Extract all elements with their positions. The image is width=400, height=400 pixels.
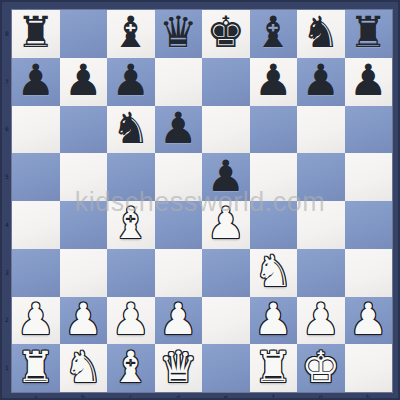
file-label-a: a	[12, 392, 60, 400]
square-f3[interactable]: ♞	[250, 249, 298, 297]
square-g1[interactable]: ♚	[297, 344, 345, 392]
black-rook: ♜	[16, 11, 55, 54]
square-f6[interactable]	[250, 106, 298, 154]
rank-label-8: 8	[2, 10, 12, 58]
file-label-h: h	[345, 392, 393, 400]
black-bishop: ♝	[111, 11, 150, 54]
square-b7[interactable]: ♟	[60, 58, 108, 106]
rank-label-1: 1	[2, 344, 12, 392]
square-e8[interactable]: ♚	[202, 10, 250, 58]
black-pawn: ♟	[254, 59, 293, 102]
rank-label-2: 2	[2, 297, 12, 345]
square-b8[interactable]	[60, 10, 108, 58]
square-h4[interactable]	[345, 201, 393, 249]
square-f8[interactable]: ♝	[250, 10, 298, 58]
board-frame: ♜♝♛♚♝♞♜♟♟♟♟♟♟♞♟♟♝♟♞♟♟♟♟♟♟♟♜♞♝♛♜♚ 8765432…	[0, 0, 400, 400]
square-h2[interactable]: ♟	[345, 297, 393, 345]
black-bishop: ♝	[254, 11, 293, 54]
white-pawn: ♟	[64, 298, 103, 341]
square-e2[interactable]	[202, 297, 250, 345]
file-label-c: c	[107, 392, 155, 400]
square-d7[interactable]	[155, 58, 203, 106]
square-g8[interactable]: ♞	[297, 10, 345, 58]
square-g7[interactable]: ♟	[297, 58, 345, 106]
square-b4[interactable]	[60, 201, 108, 249]
square-f1[interactable]: ♜	[250, 344, 298, 392]
black-pawn: ♟	[301, 59, 340, 102]
square-d6[interactable]: ♟	[155, 106, 203, 154]
white-pawn: ♟	[349, 298, 388, 341]
square-f5[interactable]	[250, 153, 298, 201]
square-c4[interactable]: ♝	[107, 201, 155, 249]
chess-board: ♜♝♛♚♝♞♜♟♟♟♟♟♟♞♟♟♝♟♞♟♟♟♟♟♟♟♜♞♝♛♜♚	[12, 10, 392, 392]
square-f7[interactable]: ♟	[250, 58, 298, 106]
white-bishop: ♝	[111, 202, 150, 245]
square-e5[interactable]: ♟	[202, 153, 250, 201]
black-pawn: ♟	[64, 59, 103, 102]
square-c2[interactable]: ♟	[107, 297, 155, 345]
square-d8[interactable]: ♛	[155, 10, 203, 58]
square-g4[interactable]	[297, 201, 345, 249]
square-d2[interactable]: ♟	[155, 297, 203, 345]
file-label-f: f	[250, 392, 298, 400]
square-c7[interactable]: ♟	[107, 58, 155, 106]
square-d5[interactable]	[155, 153, 203, 201]
square-h1[interactable]	[345, 344, 393, 392]
square-b3[interactable]	[60, 249, 108, 297]
black-pawn: ♟	[159, 107, 198, 150]
square-d3[interactable]	[155, 249, 203, 297]
square-g6[interactable]	[297, 106, 345, 154]
square-f2[interactable]: ♟	[250, 297, 298, 345]
square-f4[interactable]	[250, 201, 298, 249]
black-queen: ♛	[159, 11, 198, 54]
rank-label-6: 6	[2, 106, 12, 154]
black-pawn: ♟	[16, 59, 55, 102]
file-labels: abcdefgh	[12, 392, 392, 400]
black-king: ♚	[206, 11, 245, 54]
black-pawn: ♟	[111, 59, 150, 102]
square-c1[interactable]: ♝	[107, 344, 155, 392]
square-g5[interactable]	[297, 153, 345, 201]
square-b1[interactable]: ♞	[60, 344, 108, 392]
white-rook: ♜	[254, 346, 293, 389]
square-e1[interactable]	[202, 344, 250, 392]
black-knight: ♞	[111, 107, 150, 150]
square-h6[interactable]	[345, 106, 393, 154]
rank-label-3: 3	[2, 249, 12, 297]
square-h3[interactable]	[345, 249, 393, 297]
square-a8[interactable]: ♜	[12, 10, 60, 58]
file-label-e: e	[202, 392, 250, 400]
file-label-g: g	[297, 392, 345, 400]
white-pawn: ♟	[111, 298, 150, 341]
square-a5[interactable]	[12, 153, 60, 201]
white-pawn: ♟	[254, 298, 293, 341]
black-pawn: ♟	[349, 59, 388, 102]
square-c8[interactable]: ♝	[107, 10, 155, 58]
square-a1[interactable]: ♜	[12, 344, 60, 392]
square-b5[interactable]	[60, 153, 108, 201]
square-e7[interactable]	[202, 58, 250, 106]
square-d4[interactable]	[155, 201, 203, 249]
square-a6[interactable]	[12, 106, 60, 154]
square-c3[interactable]	[107, 249, 155, 297]
square-h7[interactable]: ♟	[345, 58, 393, 106]
white-pawn: ♟	[159, 298, 198, 341]
square-g2[interactable]: ♟	[297, 297, 345, 345]
square-a4[interactable]	[12, 201, 60, 249]
rank-labels: 87654321	[2, 10, 12, 392]
square-h5[interactable]	[345, 153, 393, 201]
black-pawn: ♟	[206, 155, 245, 198]
white-rook: ♜	[16, 346, 55, 389]
square-c5[interactable]	[107, 153, 155, 201]
square-c6[interactable]: ♞	[107, 106, 155, 154]
rank-label-4: 4	[2, 201, 12, 249]
square-b6[interactable]	[60, 106, 108, 154]
square-h8[interactable]: ♜	[345, 10, 393, 58]
square-b2[interactable]: ♟	[60, 297, 108, 345]
black-knight: ♞	[301, 11, 340, 54]
square-a2[interactable]: ♟	[12, 297, 60, 345]
square-e4[interactable]: ♟	[202, 201, 250, 249]
file-label-b: b	[60, 392, 108, 400]
square-g3[interactable]	[297, 249, 345, 297]
white-pawn: ♟	[206, 202, 245, 245]
square-a7[interactable]: ♟	[12, 58, 60, 106]
square-d1[interactable]: ♛	[155, 344, 203, 392]
white-pawn: ♟	[301, 298, 340, 341]
white-queen: ♛	[159, 346, 198, 389]
file-label-d: d	[155, 392, 203, 400]
white-king: ♚	[301, 346, 340, 389]
rank-label-7: 7	[2, 58, 12, 106]
white-pawn: ♟	[16, 298, 55, 341]
white-knight: ♞	[64, 346, 103, 389]
white-knight: ♞	[254, 250, 293, 293]
black-rook: ♜	[349, 11, 388, 54]
white-bishop: ♝	[111, 346, 150, 389]
square-e3[interactable]	[202, 249, 250, 297]
square-a3[interactable]	[12, 249, 60, 297]
rank-label-5: 5	[2, 153, 12, 201]
square-e6[interactable]	[202, 106, 250, 154]
